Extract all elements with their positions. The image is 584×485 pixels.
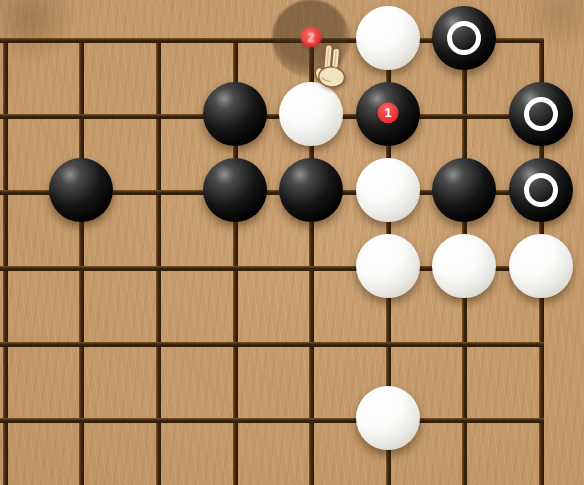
circle-marker xyxy=(524,173,558,207)
black-stone[interactable] xyxy=(203,158,267,222)
black-stone[interactable] xyxy=(432,158,496,222)
black-stone[interactable] xyxy=(509,158,573,222)
white-stone[interactable] xyxy=(509,234,573,298)
grid-line-horizontal-4 xyxy=(0,342,544,347)
white-stone[interactable] xyxy=(356,386,420,450)
grid-line-horizontal-1 xyxy=(0,114,544,119)
white-stone[interactable] xyxy=(356,6,420,70)
tap-hand-cursor xyxy=(313,43,351,90)
grid-line-horizontal-5 xyxy=(0,418,544,423)
white-stone[interactable] xyxy=(356,158,420,222)
circle-marker xyxy=(524,97,558,131)
circle-marker xyxy=(447,21,481,55)
black-stone[interactable]: 1 xyxy=(356,82,420,146)
white-stone[interactable] xyxy=(432,234,496,298)
go-board[interactable]: 21 xyxy=(0,0,584,485)
white-stone[interactable] xyxy=(279,82,343,146)
white-stone[interactable] xyxy=(356,234,420,298)
move-badge-1: 1 xyxy=(378,102,399,123)
black-stone[interactable] xyxy=(432,6,496,70)
black-stone[interactable] xyxy=(279,158,343,222)
black-stone[interactable] xyxy=(509,82,573,146)
black-stone[interactable] xyxy=(203,82,267,146)
black-stone[interactable] xyxy=(49,158,113,222)
